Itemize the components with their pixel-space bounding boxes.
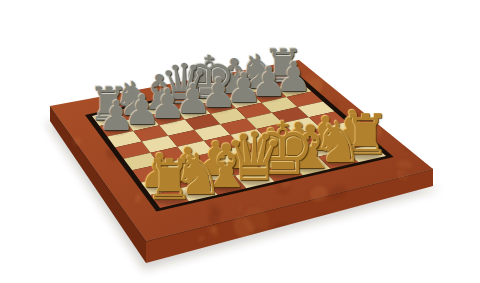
chess-board <box>0 0 480 283</box>
chess-set-scene: ♜♞♝♛♚♝♞♜♟♟♟♟♟♟♟♟♟♟♟♟♟♟♟♟♜♞♝♛♚♝♞♜ <box>0 0 480 283</box>
